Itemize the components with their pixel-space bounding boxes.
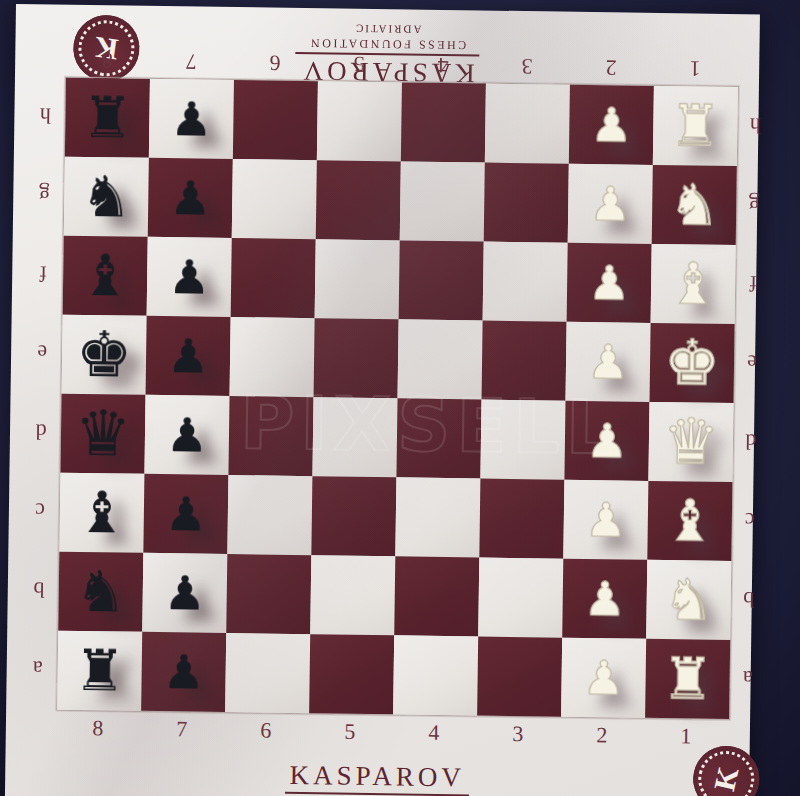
square-d1[interactable]: ♛ (648, 402, 733, 482)
square-c7[interactable]: ♟ (143, 474, 228, 554)
piece-black-pawn-d7: ♟ (166, 411, 209, 459)
piece-black-pawn-h7: ♟ (170, 95, 213, 143)
square-f3[interactable] (483, 242, 568, 322)
piece-black-pawn-f7: ♟ (168, 253, 211, 301)
square-d3[interactable] (480, 400, 565, 480)
square-g6[interactable] (232, 159, 317, 239)
square-b2[interactable]: ♟ (562, 559, 647, 639)
square-a1[interactable]: ♜ (645, 639, 730, 719)
coord-label-c-right: c (736, 481, 763, 560)
square-b1[interactable]: ♞ (646, 560, 731, 640)
coord-label-f-left: f (30, 234, 57, 313)
square-b8[interactable]: ♞ (58, 552, 143, 632)
square-c2[interactable]: ♟ (563, 480, 648, 560)
square-f1[interactable]: ♝ (651, 244, 736, 324)
coord-label-3-bottom: 3 (476, 720, 560, 749)
piece-black-knight-b8: ♞ (75, 563, 127, 621)
coord-label-1-top: 1 (653, 55, 737, 82)
coord-label-c-left: c (26, 471, 53, 550)
square-e4[interactable] (398, 319, 483, 399)
brand-title-bottom: KASPAROV (285, 760, 469, 796)
square-c8[interactable]: ♝ (59, 473, 144, 553)
coord-label-h-left: h (32, 76, 59, 155)
coord-label-h-right: h (742, 86, 769, 165)
square-f2[interactable]: ♟ (567, 243, 652, 323)
coord-label-g-right: g (741, 165, 768, 244)
piece-black-queen-d8: ♛ (74, 402, 131, 466)
coord-label-6-top: 6 (233, 49, 317, 76)
square-h8[interactable]: ♜ (65, 78, 150, 158)
coord-label-8-bottom: 8 (56, 715, 140, 744)
coord-label-7-top: 7 (149, 48, 233, 75)
square-b6[interactable] (226, 554, 311, 634)
coord-label-5-bottom: 5 (308, 718, 392, 747)
piece-black-rook-h8: ♜ (81, 89, 133, 147)
square-c3[interactable] (479, 479, 564, 559)
coord-label-3-top: 3 (485, 53, 569, 80)
coord-label-e-left: e (29, 313, 56, 392)
square-c1[interactable]: ♝ (647, 481, 732, 561)
logo-letter: K (707, 764, 745, 794)
piece-black-pawn-a7: ♟ (162, 648, 205, 696)
piece-white-rook-h1: ♜ (669, 97, 721, 155)
square-a8[interactable]: ♜ (57, 631, 142, 711)
coord-label-b-left: b (25, 550, 52, 629)
piece-white-pawn-c2: ♟ (584, 496, 627, 544)
coord-label-8-top: 8 (65, 47, 149, 74)
square-g1[interactable]: ♞ (652, 165, 737, 245)
coord-label-e-right: e (739, 323, 766, 402)
piece-black-pawn-g7: ♟ (169, 174, 212, 222)
piece-white-pawn-g2: ♟ (589, 180, 632, 228)
piece-white-pawn-d2: ♟ (586, 417, 629, 465)
piece-white-pawn-h2: ♟ (590, 101, 633, 149)
square-h7[interactable]: ♟ (149, 79, 234, 159)
square-e3[interactable] (482, 321, 567, 401)
chess-mat: KASPAROV CHESS FOUNDATION ADRIATIC K 876… (5, 4, 760, 796)
square-d2[interactable]: ♟ (564, 401, 649, 481)
piece-white-rook-a1: ♜ (662, 650, 714, 708)
piece-white-knight-g1: ♞ (668, 176, 720, 234)
coord-label-2-top: 2 (569, 54, 653, 81)
square-g3[interactable] (484, 163, 569, 243)
square-e2[interactable]: ♟ (566, 322, 651, 402)
piece-white-pawn-b2: ♟ (583, 575, 626, 623)
square-g8[interactable]: ♞ (64, 157, 149, 237)
square-d5[interactable] (312, 397, 397, 477)
piece-white-pawn-f2: ♟ (588, 259, 631, 307)
square-e5[interactable] (314, 318, 399, 398)
piece-white-bishop-c1: ♝ (664, 492, 716, 550)
coord-label-4-bottom: 4 (392, 719, 476, 748)
coord-label-a-right: a (734, 639, 761, 718)
coord-label-2-bottom: 2 (560, 722, 644, 751)
square-b7[interactable]: ♟ (142, 553, 227, 633)
coord-label-b-right: b (735, 560, 762, 639)
square-g4[interactable] (400, 161, 485, 241)
square-d4[interactable] (396, 398, 481, 478)
square-a2[interactable]: ♟ (561, 638, 646, 718)
piece-black-knight-g8: ♞ (80, 168, 132, 226)
square-e8[interactable]: ♚ (62, 315, 147, 395)
square-d7[interactable]: ♟ (144, 395, 229, 475)
piece-black-bishop-c8: ♝ (76, 484, 128, 542)
piece-black-pawn-c7: ♟ (164, 490, 207, 538)
piece-white-pawn-a2: ♟ (582, 654, 625, 702)
square-h2[interactable]: ♟ (569, 85, 654, 165)
coord-label-5-top: 5 (317, 50, 401, 77)
piece-black-bishop-f8: ♝ (79, 247, 131, 305)
square-h4[interactable] (401, 82, 486, 162)
square-c5[interactable] (311, 476, 396, 556)
coord-label-6-bottom: 6 (224, 717, 308, 746)
square-g5[interactable] (316, 160, 401, 240)
square-f7[interactable]: ♟ (147, 237, 232, 317)
coord-label-d-right: d (737, 402, 764, 481)
piece-white-knight-b1: ♞ (663, 571, 715, 629)
square-c6[interactable] (227, 475, 312, 555)
square-f6[interactable] (231, 238, 316, 318)
square-a7[interactable]: ♟ (141, 632, 226, 712)
piece-white-pawn-e2: ♟ (587, 338, 630, 386)
square-h1[interactable]: ♜ (653, 86, 738, 166)
chess-board: ♜♟♟♜♞♟♟♞♝♟♟♝♚♟♟♚♛♟♟♛♝♟♟♝♞♟♟♞♜♟♟♜ (56, 77, 739, 720)
square-h6[interactable] (233, 80, 318, 160)
square-b5[interactable] (310, 555, 395, 635)
coord-label-d-left: d (27, 392, 54, 471)
coord-label-a-left: a (24, 629, 51, 708)
square-e7[interactable]: ♟ (146, 316, 231, 396)
piece-black-rook-a8: ♜ (74, 642, 126, 700)
piece-white-king-e1: ♚ (663, 331, 720, 395)
coord-label-g-left: g (31, 155, 58, 234)
square-a5[interactable] (309, 634, 394, 714)
coord-label-f-right: f (740, 244, 767, 323)
piece-black-pawn-e7: ♟ (167, 332, 210, 380)
square-a6[interactable] (225, 633, 310, 713)
coord-label-7-bottom: 7 (140, 716, 224, 745)
square-h3[interactable] (485, 84, 570, 164)
brand-text-bottom: KASPAROV CHESS FOUNDATION ADRIATIC (5, 756, 750, 796)
square-b4[interactable] (394, 556, 479, 636)
square-d8[interactable]: ♛ (60, 394, 145, 474)
piece-white-queen-d1: ♛ (662, 410, 719, 474)
square-g2[interactable]: ♟ (568, 164, 653, 244)
square-g7[interactable]: ♟ (148, 158, 233, 238)
square-e1[interactable]: ♚ (650, 323, 735, 403)
piece-white-bishop-f1: ♝ (667, 255, 719, 313)
square-f4[interactable] (399, 240, 484, 320)
square-d6[interactable] (228, 396, 313, 476)
square-a4[interactable] (393, 635, 478, 715)
coord-label-4-top: 4 (401, 51, 485, 78)
square-h5[interactable] (317, 81, 402, 161)
square-c4[interactable] (395, 477, 480, 557)
square-b3[interactable] (478, 558, 563, 638)
piece-black-pawn-b7: ♟ (163, 569, 206, 617)
piece-black-king-e8: ♚ (75, 323, 132, 387)
board-area: 87654321 87654321 hgfedcba hgfedcba ♜♟♟♜… (56, 77, 739, 720)
square-f8[interactable]: ♝ (63, 236, 148, 316)
square-a3[interactable] (477, 637, 562, 717)
square-f5[interactable] (315, 239, 400, 319)
square-e6[interactable] (230, 317, 315, 397)
